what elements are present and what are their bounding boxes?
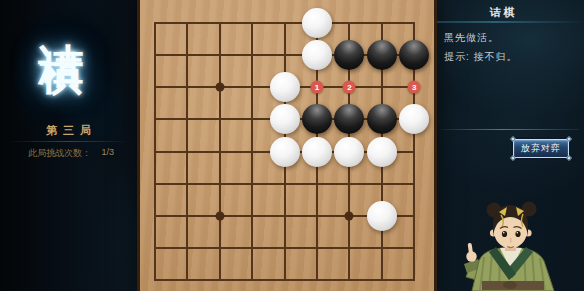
attempts-value: 1/3 <box>101 147 114 160</box>
white-stone <box>270 104 300 134</box>
white-stone <box>270 137 300 167</box>
white-stone <box>367 137 397 167</box>
star-point <box>215 211 224 220</box>
grid-line-horizontal <box>154 183 415 185</box>
move-hint-marker: 3 <box>408 81 421 94</box>
objective-text: 黑先做活。 <box>444 31 499 45</box>
npc-hair-bun <box>487 203 502 218</box>
puzzle-title-calligraphy: 诘棋 <box>39 7 84 129</box>
white-stone <box>302 8 332 38</box>
resign-button-label: 放弃对弈 <box>521 142 561 155</box>
move-hint-marker: 2 <box>343 81 356 94</box>
resign-button[interactable]: 放弃对弈 <box>513 139 569 158</box>
button-corner-ornament <box>510 136 516 142</box>
go-board[interactable]: 123 <box>137 0 437 291</box>
black-stone <box>367 40 397 70</box>
white-stone <box>302 137 332 167</box>
black-stone <box>334 40 364 70</box>
npc-nose <box>511 238 512 243</box>
white-stone <box>302 40 332 70</box>
move-hint-marker: 1 <box>311 81 324 94</box>
panel-title: 诘棋 <box>437 5 570 20</box>
npc-hand <box>466 251 476 261</box>
button-corner-ornament <box>566 136 572 142</box>
hint-text: 提示: 接不归。 <box>444 50 518 64</box>
button-corner-ornament <box>510 155 516 161</box>
attempts-row: 此局挑战次数： 1/3 <box>28 147 114 160</box>
button-corner-ornament <box>566 155 572 161</box>
white-stone <box>270 72 300 102</box>
white-stone <box>399 104 429 134</box>
panel-divider <box>441 129 579 130</box>
info-panel: 诘棋 黑先做活。 提示: 接不归。 放弃对弈 <box>437 0 584 291</box>
npc-eye <box>502 231 507 237</box>
attempts-label: 此局挑战次数： <box>28 147 91 160</box>
star-point <box>345 211 354 220</box>
star-point <box>215 83 224 92</box>
title-underline-decoration <box>437 21 584 23</box>
black-stone <box>399 40 429 70</box>
grid-line-horizontal <box>154 279 415 281</box>
npc-eye <box>515 231 520 237</box>
npc-eye-glint <box>503 232 505 234</box>
white-stone <box>334 137 364 167</box>
grid-line-horizontal <box>154 247 415 249</box>
npc-portrait <box>454 185 584 291</box>
black-stone <box>334 104 364 134</box>
npc-sash-knot <box>503 281 517 289</box>
npc-hair-bun <box>522 202 537 217</box>
black-stone <box>302 104 332 134</box>
npc-eye-glint <box>517 232 519 234</box>
left-panel-divider <box>8 141 130 142</box>
round-label: 第三局 <box>0 123 137 138</box>
white-stone <box>367 201 397 231</box>
black-stone <box>367 104 397 134</box>
left-panel: 诘棋 第三局 此局挑战次数： 1/3 <box>0 0 137 291</box>
game-screen: 诘棋 第三局 此局挑战次数： 1/3 123 诘棋 黑先做活。 提示: 接不归。… <box>0 0 584 291</box>
